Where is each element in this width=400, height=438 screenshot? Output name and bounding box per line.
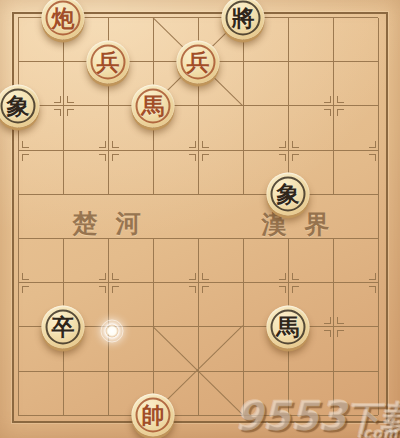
watermark-digits: 9553 [235,393,346,438]
river-label-chu-he: 楚河 [64,207,159,240]
watermark: 9553下载 .com [235,396,400,436]
red-soldier-2-glyph: 兵 [187,50,210,73]
black-elephant-1-glyph: 象 [7,94,30,117]
black-general[interactable]: 將 [222,0,265,39]
red-cannon-glyph: 炮 [52,6,75,29]
black-horse-glyph: 馬 [277,315,300,338]
black-elephant-2-glyph: 象 [277,183,300,206]
black-soldier-glyph: 卒 [52,315,75,338]
black-soldier[interactable]: 卒 [42,305,85,348]
red-soldier-2[interactable]: 兵 [177,40,220,83]
watermark-cjk: 下载 [346,398,400,438]
red-general[interactable]: 帥 [132,394,175,437]
black-elephant-1[interactable]: 象 [0,84,40,127]
red-horse-glyph: 馬 [142,94,165,117]
move-highlight-dot[interactable] [106,324,119,337]
xiangqi-board[interactable]: 楚河 漢界 炮將兵兵象馬象卒馬帥 9553下载 .com [0,0,400,438]
black-elephant-2[interactable]: 象 [267,173,310,216]
red-general-glyph: 帥 [142,404,165,427]
red-soldier-1-glyph: 兵 [97,50,120,73]
black-general-glyph: 將 [232,6,255,29]
red-soldier-1[interactable]: 兵 [87,40,130,83]
watermark-suffix: .com [357,426,399,438]
black-horse[interactable]: 馬 [267,305,310,348]
river-label-han-jie: 漢界 [253,208,348,241]
red-cannon[interactable]: 炮 [42,0,85,39]
red-horse[interactable]: 馬 [132,84,175,127]
